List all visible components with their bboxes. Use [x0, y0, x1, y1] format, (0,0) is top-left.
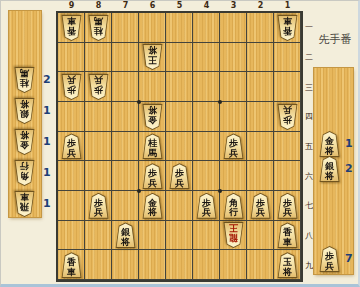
star-dot: [137, 100, 141, 104]
piece-gote-dragon[interactable]: 龍王: [223, 222, 244, 248]
square-3-8: 龍王: [220, 221, 247, 251]
square-4-7: 歩兵: [193, 191, 220, 221]
square-9-1: 香車: [58, 13, 85, 43]
piece-gote-king[interactable]: 王将: [142, 44, 163, 70]
piece-label: 歩兵: [277, 193, 298, 219]
star-dot: [137, 189, 141, 193]
hand-gote-knight: 桂馬: [14, 67, 35, 93]
piece-label: 玉将: [277, 252, 298, 278]
square-1-7: 歩兵: [274, 191, 301, 221]
square-6-7: 金将: [139, 191, 166, 221]
file-label: 8: [85, 1, 112, 11]
piece-label: 金将: [14, 129, 35, 155]
piece-gote-silver[interactable]: 銀将: [14, 98, 35, 124]
piece-gote-knight[interactable]: 桂馬: [14, 67, 35, 93]
piece-label: 歩兵: [319, 246, 340, 272]
piece-gote-pawn[interactable]: 歩兵: [88, 74, 109, 100]
piece-label: 王将: [142, 44, 163, 70]
square-1-8: 香車: [274, 221, 301, 251]
piece-sente-king[interactable]: 玉将: [277, 252, 298, 278]
square-6-4: 金将: [139, 102, 166, 132]
piece-sente-pawn[interactable]: 歩兵: [319, 246, 340, 272]
file-label: 3: [220, 1, 247, 11]
square-6-6: 歩兵: [139, 161, 166, 191]
piece-sente-silver[interactable]: 銀将: [319, 156, 340, 182]
hand-gote-rook: 飛車: [14, 191, 35, 217]
square-8-1: 桂馬: [85, 13, 112, 43]
piece-label: 角行: [14, 160, 35, 186]
piece-label: 歩兵: [88, 74, 109, 100]
piece-label: 歩兵: [142, 163, 163, 189]
piece-sente-pawn[interactable]: 歩兵: [277, 193, 298, 219]
shogi-app: 987654321 一二三四五六七八九 香車桂馬香車王将歩兵歩兵金将歩兵歩兵桂馬…: [0, 0, 360, 287]
piece-sente-silver[interactable]: 銀将: [115, 222, 136, 248]
piece-sente-pawn[interactable]: 歩兵: [223, 133, 244, 159]
square-6-2: 王将: [139, 43, 166, 73]
file-label: 4: [193, 1, 220, 11]
hand-gote-silver: 銀将: [14, 98, 35, 124]
star-dot: [218, 189, 222, 193]
piece-label: 歩兵: [169, 163, 190, 189]
piece-sente-pawn[interactable]: 歩兵: [250, 193, 271, 219]
hand-gote-gold-count: 1: [43, 135, 51, 148]
hand-sente-silver: 銀将: [319, 156, 340, 182]
piece-sente-pawn[interactable]: 歩兵: [142, 163, 163, 189]
piece-label: 歩兵: [61, 133, 82, 159]
piece-gote-lance[interactable]: 香車: [61, 15, 82, 41]
piece-label: 龍王: [223, 222, 244, 248]
piece-sente-lance[interactable]: 香車: [61, 252, 82, 278]
hand-sente-gold-count: 1: [345, 137, 353, 150]
square-7-8: 銀将: [112, 221, 139, 251]
piece-sente-knight[interactable]: 桂馬: [142, 133, 163, 159]
hand-gote-knight-count: 2: [43, 73, 51, 86]
piece-label: 歩兵: [88, 193, 109, 219]
piece-sente-gold[interactable]: 金将: [319, 131, 340, 157]
piece-gote-lance[interactable]: 香車: [277, 15, 298, 41]
hand-gote-bishop-count: 1: [43, 166, 51, 179]
piece-label: 香車: [61, 252, 82, 278]
piece-sente-pawn[interactable]: 歩兵: [61, 133, 82, 159]
piece-label: 金将: [319, 131, 340, 157]
piece-gote-pawn[interactable]: 歩兵: [61, 74, 82, 100]
piece-label: 香車: [277, 15, 298, 41]
hand-gote-bishop: 角行: [14, 160, 35, 186]
piece-sente-pawn[interactable]: 歩兵: [196, 193, 217, 219]
piece-label: 歩兵: [223, 133, 244, 159]
file-label: 5: [166, 1, 193, 11]
hand-sente-gold: 金将: [319, 131, 340, 157]
piece-label: 桂馬: [142, 133, 163, 159]
piece-label: 桂馬: [14, 67, 35, 93]
piece-sente-lance[interactable]: 香車: [277, 222, 298, 248]
square-1-1: 香車: [274, 13, 301, 43]
square-1-4: 歩兵: [274, 102, 301, 132]
piece-label: 角行: [223, 193, 244, 219]
piece-label: 香車: [277, 222, 298, 248]
piece-gote-bishop[interactable]: 角行: [14, 160, 35, 186]
piece-gote-gold[interactable]: 金将: [14, 129, 35, 155]
board: 香車桂馬香車王将歩兵歩兵金将歩兵歩兵桂馬歩兵歩兵歩兵歩兵金将歩兵角行歩兵歩兵銀将…: [56, 11, 303, 282]
square-3-5: 歩兵: [220, 132, 247, 162]
piece-label: 歩兵: [61, 74, 82, 100]
piece-label: 歩兵: [196, 193, 217, 219]
square-8-7: 歩兵: [85, 191, 112, 221]
square-3-7: 角行: [220, 191, 247, 221]
piece-label: 銀将: [14, 98, 35, 124]
piece-sente-bishop[interactable]: 角行: [223, 193, 244, 219]
file-labels: 987654321: [58, 1, 301, 11]
piece-label: 銀将: [115, 222, 136, 248]
file-label: 6: [139, 1, 166, 11]
piece-label: 歩兵: [250, 193, 271, 219]
piece-label: 金将: [142, 193, 163, 219]
board-pieces-layer: 香車桂馬香車王将歩兵歩兵金将歩兵歩兵桂馬歩兵歩兵歩兵歩兵金将歩兵角行歩兵歩兵銀将…: [58, 13, 301, 280]
square-9-5: 歩兵: [58, 132, 85, 162]
turn-indicator: 先手番: [312, 32, 358, 47]
piece-label: 歩兵: [277, 104, 298, 130]
hand-gote-silver-count: 1: [43, 104, 51, 117]
piece-label: 桂馬: [88, 15, 109, 41]
file-label: 2: [247, 1, 274, 11]
square-5-6: 歩兵: [166, 161, 193, 191]
piece-sente-pawn[interactable]: 歩兵: [88, 193, 109, 219]
piece-sente-gold[interactable]: 金将: [142, 193, 163, 219]
hand-gote-rook-count: 1: [43, 197, 51, 210]
piece-label: 飛車: [14, 191, 35, 217]
hand-sente-pawn-count: 7: [345, 252, 353, 265]
hand-sente-pawn: 歩兵: [319, 246, 340, 272]
square-2-7: 歩兵: [247, 191, 274, 221]
square-6-5: 桂馬: [139, 132, 166, 162]
piece-gote-knight[interactable]: 桂馬: [88, 15, 109, 41]
hand-gote-gold: 金将: [14, 129, 35, 155]
file-label: 9: [58, 1, 85, 11]
square-9-9: 香車: [58, 250, 85, 280]
piece-gote-gold[interactable]: 金将: [142, 104, 163, 130]
square-9-3: 歩兵: [58, 72, 85, 102]
piece-sente-pawn[interactable]: 歩兵: [169, 163, 190, 189]
piece-label: 金将: [142, 104, 163, 130]
piece-gote-pawn[interactable]: 歩兵: [277, 104, 298, 130]
file-label: 1: [274, 1, 301, 11]
piece-gote-rook[interactable]: 飛車: [14, 191, 35, 217]
square-1-9: 玉将: [274, 250, 301, 280]
square-8-3: 歩兵: [85, 72, 112, 102]
piece-label: 銀将: [319, 156, 340, 182]
hand-sente-silver-count: 2: [345, 162, 353, 175]
file-label: 7: [112, 1, 139, 11]
star-dot: [218, 100, 222, 104]
piece-label: 香車: [61, 15, 82, 41]
